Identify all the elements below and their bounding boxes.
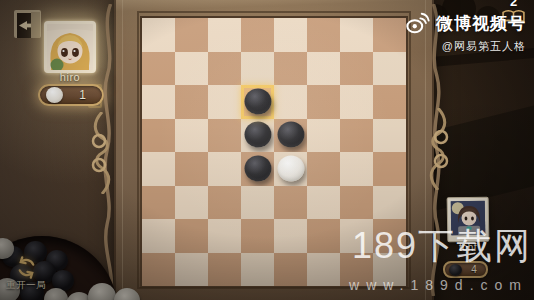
board-cell-h2[interactable]: [373, 52, 406, 86]
restart-icon: [15, 256, 38, 279]
restart-label: 重开一局: [2, 279, 50, 292]
board-cell-g4[interactable]: [340, 119, 373, 153]
site-watermark-title: 189下载网: [349, 222, 532, 271]
board-cell-b3[interactable]: [175, 85, 208, 119]
board-cell-h4[interactable]: [373, 119, 406, 153]
white-disc-icon: [46, 87, 63, 103]
board-cell-h6[interactable]: [373, 186, 406, 220]
white-disc-e5: [277, 155, 304, 181]
board-cell-b6[interactable]: [175, 186, 208, 220]
board-cell-e5[interactable]: [274, 152, 307, 186]
black-disc-d5: [244, 155, 271, 181]
board-cell-h5[interactable]: [373, 152, 406, 186]
board-cell-a6[interactable]: [142, 186, 175, 220]
board-cell-c3[interactable]: [208, 85, 241, 119]
restart-button[interactable]: 重开一局: [2, 256, 50, 298]
board-cell-b2[interactable]: [175, 52, 208, 86]
board-cell-b1[interactable]: [175, 18, 208, 52]
board-cell-c8[interactable]: [208, 253, 241, 287]
board-cell-d1[interactable]: [241, 18, 274, 52]
exit-door-button[interactable]: [10, 8, 46, 40]
board-cell-e8[interactable]: [274, 253, 307, 287]
board-cell-d8[interactable]: [241, 253, 274, 287]
site-watermark: 189下载网 www.189d.com: [349, 222, 532, 293]
board-cell-f7[interactable]: [307, 219, 340, 253]
board-cell-b5[interactable]: [175, 152, 208, 186]
board-cell-b8[interactable]: [175, 253, 208, 287]
board-cell-f4[interactable]: [307, 119, 340, 153]
exit-door-icon: [10, 8, 46, 40]
board-cell-c1[interactable]: [208, 18, 241, 52]
board-cell-d6[interactable]: [241, 186, 274, 220]
board-cell-e1[interactable]: [274, 18, 307, 52]
white-player-name: hiro: [34, 71, 106, 83]
black-disc-e4: [277, 122, 304, 148]
board-cell-g5[interactable]: [340, 152, 373, 186]
white-player-avatar: [44, 21, 96, 73]
board-cell-d2[interactable]: [241, 52, 274, 86]
board-cell-c7[interactable]: [208, 219, 241, 253]
scroll-flourish-left: [88, 112, 116, 194]
board-cell-d5[interactable]: [241, 152, 274, 186]
board-cell-g3[interactable]: [340, 85, 373, 119]
board-cell-g6[interactable]: [340, 186, 373, 220]
black-disc-d3: [244, 88, 271, 114]
board-cell-f6[interactable]: [307, 186, 340, 220]
board-cell-c6[interactable]: [208, 186, 241, 220]
white-player-portrait: [47, 24, 93, 70]
weibo-watermark-account: @网易第五人格: [405, 39, 526, 54]
game-scene: hiro 1 重开一局: [0, 0, 534, 300]
board-cell-f8[interactable]: [307, 253, 340, 287]
corner-badge-count: 2: [501, 0, 526, 9]
board-cell-g2[interactable]: [340, 52, 373, 86]
board-cell-a2[interactable]: [142, 52, 175, 86]
board-cell-c5[interactable]: [208, 152, 241, 186]
board-cell-a5[interactable]: [142, 152, 175, 186]
board-cell-e2[interactable]: [274, 52, 307, 86]
board-cell-e6[interactable]: [274, 186, 307, 220]
board-cell-f1[interactable]: [307, 18, 340, 52]
board-cell-d3[interactable]: [241, 85, 274, 119]
weibo-watermark-title: 微博视频号: [436, 12, 526, 35]
board-cell-b4[interactable]: [175, 119, 208, 153]
board-cell-c2[interactable]: [208, 52, 241, 86]
board-cell-a8[interactable]: [142, 253, 175, 287]
white-disc-count: 1: [63, 88, 102, 102]
weibo-watermark: 微博视频号 @网易第五人格: [405, 10, 526, 54]
weibo-logo-icon: [405, 10, 431, 36]
white-score-plaque: 1: [38, 84, 104, 106]
site-watermark-url: www.189d.com: [349, 277, 532, 293]
board-cell-a1[interactable]: [142, 18, 175, 52]
board-cell-e7[interactable]: [274, 219, 307, 253]
scroll-flourish-right: [424, 108, 452, 190]
board-cell-g1[interactable]: [340, 18, 373, 52]
board-cell-h1[interactable]: [373, 18, 406, 52]
board-cell-f5[interactable]: [307, 152, 340, 186]
board-cell-a4[interactable]: [142, 119, 175, 153]
board-cell-a7[interactable]: [142, 219, 175, 253]
board-cell-c4[interactable]: [208, 119, 241, 153]
board-cell-b7[interactable]: [175, 219, 208, 253]
board-cell-a3[interactable]: [142, 85, 175, 119]
board-cell-h3[interactable]: [373, 85, 406, 119]
board-cell-e3[interactable]: [274, 85, 307, 119]
board-cell-f2[interactable]: [307, 52, 340, 86]
board-cell-d4[interactable]: [241, 119, 274, 153]
board-cell-d7[interactable]: [241, 219, 274, 253]
black-disc-d4: [244, 122, 271, 148]
board-cell-e4[interactable]: [274, 119, 307, 153]
board-cell-f3[interactable]: [307, 85, 340, 119]
